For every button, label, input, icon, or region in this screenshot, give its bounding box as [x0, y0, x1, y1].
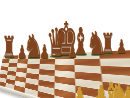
piece-dark-king: ♚	[46, 22, 86, 56]
felt-pad	[119, 51, 125, 54]
felt-pad	[70, 55, 75, 58]
felt-pad	[104, 52, 112, 55]
felt-pad	[75, 53, 86, 56]
chess-set-photo: ♜♟♞♟♛♚♟♝♞♜♟♟♟♝♞♟	[0, 0, 130, 98]
felt-pad	[91, 53, 101, 56]
felt-pad	[19, 56, 24, 59]
king-icon: ♚	[54, 22, 77, 56]
felt-pad	[28, 56, 38, 59]
bishop-icon: ♝	[71, 28, 90, 55]
felt-pad	[42, 56, 48, 59]
